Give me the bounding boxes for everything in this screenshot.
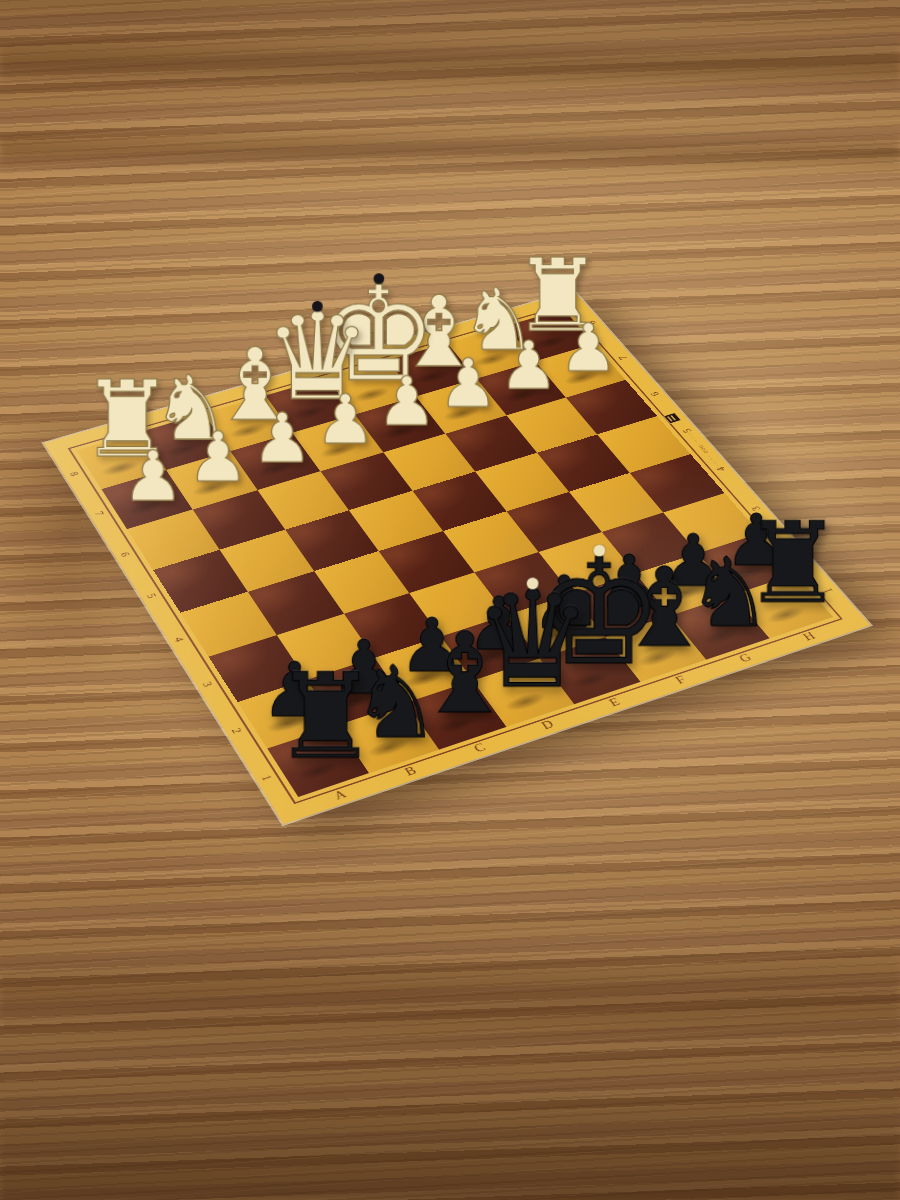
- white-pawn-piece: ♟: [499, 334, 559, 397]
- product-photo: ♜♞♝♛♚♝♞♜♟♟♟♟♟♟♟♟♟♟♟♟♟♟♟♟♜♞♝♛♚♝♞♜ ABCDEFG…: [0, 0, 900, 1200]
- white-pawn-piece: ♟: [187, 425, 249, 490]
- white-pawn-piece: ♟: [122, 444, 184, 510]
- white-pawn-piece: ♟: [438, 352, 498, 416]
- square-a1: ♜: [267, 726, 369, 797]
- white-pawn-piece: ♟: [377, 370, 437, 434]
- rank-label-right: 6: [621, 380, 689, 408]
- white-pawn-piece: ♟: [251, 406, 312, 471]
- square-c4: [314, 551, 410, 614]
- scene: ♜♞♝♛♚♝♞♜♟♟♟♟♟♟♟♟♟♟♟♟♟♟♟♟♜♞♝♛♚♝♞♜ ABCDEFG…: [0, 0, 900, 1200]
- rank-label-right: 4: [687, 454, 756, 483]
- rank-label-right: 5: [653, 417, 721, 445]
- chess-board: ♜♞♝♛♚♝♞♜♟♟♟♟♟♟♟♟♟♟♟♟♟♟♟♟♜♞♝♛♚♝♞♜ ABCDEFG…: [44, 291, 870, 824]
- manufacturer-emblem: [663, 412, 682, 424]
- black-rook-piece: ♜: [273, 661, 379, 773]
- board-border: ♜♞♝♛♚♝♞♜♟♟♟♟♟♟♟♟♟♟♟♟♟♟♟♟♜♞♝♛♚♝♞♜ ABCDEFG…: [44, 291, 870, 824]
- board-squares: ♜♞♝♛♚♝♞♜♟♟♟♟♟♟♟♟♟♟♟♟♟♟♟♟♜♞♝♛♚♝♞♜: [76, 309, 833, 797]
- white-pawn-piece: ♟: [315, 388, 376, 453]
